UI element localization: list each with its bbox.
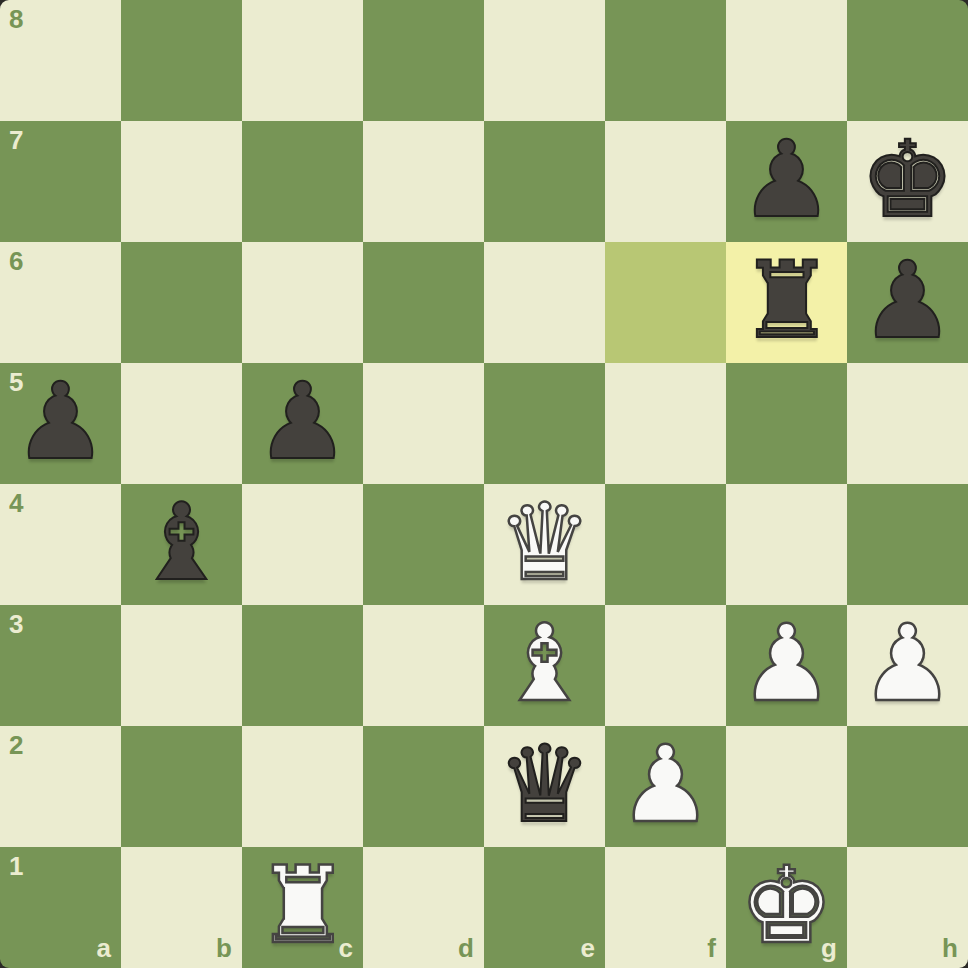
rank-label-3: 3 [9, 611, 23, 637]
square-a7[interactable]: 7 [0, 121, 121, 242]
square-e4[interactable]: ♛ [484, 484, 605, 605]
file-label-b: b [216, 935, 232, 961]
square-h8[interactable] [847, 0, 968, 121]
square-f4[interactable] [605, 484, 726, 605]
rank-label-4: 4 [9, 490, 23, 516]
black-pawn[interactable]: ♟ [255, 369, 350, 475]
square-f1[interactable]: f [605, 847, 726, 968]
file-label-f: f [707, 935, 716, 961]
square-b8[interactable] [121, 0, 242, 121]
square-g5[interactable] [726, 363, 847, 484]
square-d4[interactable] [363, 484, 484, 605]
square-e3[interactable]: ♝ [484, 605, 605, 726]
white-rook[interactable]: ♜ [255, 853, 350, 959]
square-d2[interactable] [363, 726, 484, 847]
square-h3[interactable]: ♟ [847, 605, 968, 726]
square-b4[interactable]: ♝ [121, 484, 242, 605]
square-a1[interactable]: 1a [0, 847, 121, 968]
square-c8[interactable] [242, 0, 363, 121]
square-g6[interactable]: ♜ [726, 242, 847, 363]
black-king[interactable]: ♚ [860, 127, 955, 233]
square-a3[interactable]: 3 [0, 605, 121, 726]
white-king[interactable]: ♚ [739, 853, 834, 959]
square-f7[interactable] [605, 121, 726, 242]
square-a6[interactable]: 6 [0, 242, 121, 363]
square-c3[interactable] [242, 605, 363, 726]
square-g7[interactable]: ♟ [726, 121, 847, 242]
square-h7[interactable]: ♚ [847, 121, 968, 242]
square-e7[interactable] [484, 121, 605, 242]
square-h5[interactable] [847, 363, 968, 484]
file-label-e: e [581, 935, 595, 961]
file-label-h: h [942, 935, 958, 961]
square-a2[interactable]: 2 [0, 726, 121, 847]
square-h1[interactable]: h [847, 847, 968, 968]
square-f3[interactable] [605, 605, 726, 726]
square-f2[interactable]: ♟ [605, 726, 726, 847]
square-d8[interactable] [363, 0, 484, 121]
rank-label-7: 7 [9, 127, 23, 153]
square-g3[interactable]: ♟ [726, 605, 847, 726]
square-f8[interactable] [605, 0, 726, 121]
white-pawn[interactable]: ♟ [618, 732, 713, 838]
white-bishop[interactable]: ♝ [497, 611, 592, 717]
rank-label-1: 1 [9, 853, 23, 879]
square-d1[interactable]: d [363, 847, 484, 968]
square-a5[interactable]: 5♟ [0, 363, 121, 484]
square-h2[interactable] [847, 726, 968, 847]
square-c2[interactable] [242, 726, 363, 847]
square-c6[interactable] [242, 242, 363, 363]
square-e1[interactable]: e [484, 847, 605, 968]
square-f6[interactable] [605, 242, 726, 363]
square-c5[interactable]: ♟ [242, 363, 363, 484]
square-f5[interactable] [605, 363, 726, 484]
square-b7[interactable] [121, 121, 242, 242]
square-h6[interactable]: ♟ [847, 242, 968, 363]
square-c4[interactable] [242, 484, 363, 605]
square-g1[interactable]: g♚ [726, 847, 847, 968]
square-g4[interactable] [726, 484, 847, 605]
square-g8[interactable] [726, 0, 847, 121]
black-pawn[interactable]: ♟ [739, 127, 834, 233]
rank-label-8: 8 [9, 6, 23, 32]
rank-label-6: 6 [9, 248, 23, 274]
square-b3[interactable] [121, 605, 242, 726]
square-d7[interactable] [363, 121, 484, 242]
square-b5[interactable] [121, 363, 242, 484]
square-a4[interactable]: 4 [0, 484, 121, 605]
square-e5[interactable] [484, 363, 605, 484]
square-a8[interactable]: 8 [0, 0, 121, 121]
white-pawn[interactable]: ♟ [739, 611, 834, 717]
square-c7[interactable] [242, 121, 363, 242]
black-pawn[interactable]: ♟ [860, 248, 955, 354]
chess-board: 87♟♚6♜♟5♟♟4♝♛3♝♟♟2♛♟1abc♜defg♚h [0, 0, 968, 968]
square-b1[interactable]: b [121, 847, 242, 968]
square-d6[interactable] [363, 242, 484, 363]
file-label-d: d [458, 935, 474, 961]
square-b6[interactable] [121, 242, 242, 363]
file-label-a: a [97, 935, 111, 961]
square-e8[interactable] [484, 0, 605, 121]
black-queen[interactable]: ♛ [497, 732, 592, 838]
square-d5[interactable] [363, 363, 484, 484]
square-h4[interactable] [847, 484, 968, 605]
rank-label-2: 2 [9, 732, 23, 758]
black-pawn[interactable]: ♟ [13, 369, 108, 475]
black-rook[interactable]: ♜ [739, 248, 834, 354]
square-b2[interactable] [121, 726, 242, 847]
square-d3[interactable] [363, 605, 484, 726]
white-pawn[interactable]: ♟ [860, 611, 955, 717]
black-bishop[interactable]: ♝ [134, 490, 229, 596]
white-queen[interactable]: ♛ [497, 490, 592, 596]
square-c1[interactable]: c♜ [242, 847, 363, 968]
square-g2[interactable] [726, 726, 847, 847]
square-e6[interactable] [484, 242, 605, 363]
square-e2[interactable]: ♛ [484, 726, 605, 847]
